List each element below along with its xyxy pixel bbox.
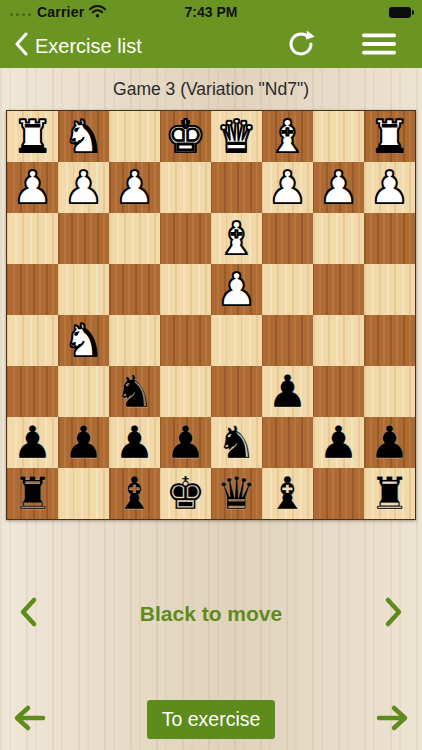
white-pawn[interactable]: ♟: [267, 162, 307, 213]
status-bar: Carrier 7:43 PM: [0, 0, 422, 24]
white-rook[interactable]: ♜: [369, 111, 409, 162]
black-rook[interactable]: ♜: [369, 468, 409, 519]
square-g4[interactable]: [58, 264, 109, 315]
square-g8[interactable]: [58, 468, 109, 519]
black-pawn[interactable]: ♟: [165, 417, 205, 468]
square-h4[interactable]: [7, 264, 58, 315]
black-pawn[interactable]: ♟: [63, 417, 103, 468]
to-exercise-button[interactable]: To exercise: [147, 700, 276, 739]
black-pawn[interactable]: ♟: [369, 417, 409, 468]
square-c6[interactable]: ♟: [262, 366, 313, 417]
white-king[interactable]: ♚: [165, 111, 205, 162]
square-d6[interactable]: [211, 366, 262, 417]
white-pawn[interactable]: ♟: [369, 162, 409, 213]
black-bishop[interactable]: ♝: [114, 468, 154, 519]
square-e7[interactable]: ♟: [160, 417, 211, 468]
square-b7[interactable]: ♟: [313, 417, 364, 468]
square-d4[interactable]: ♟: [211, 264, 262, 315]
chevron-left-icon: [14, 32, 28, 60]
battery-full-icon: [389, 7, 414, 18]
square-h1[interactable]: ♜: [7, 111, 58, 162]
black-queen[interactable]: ♛: [216, 468, 256, 519]
square-a4[interactable]: [364, 264, 415, 315]
square-f2[interactable]: ♟: [109, 162, 160, 213]
square-h6[interactable]: [7, 366, 58, 417]
black-rook[interactable]: ♜: [12, 468, 52, 519]
refresh-icon[interactable]: [286, 29, 316, 63]
square-d2[interactable]: [211, 162, 262, 213]
black-pawn[interactable]: ♟: [267, 366, 307, 417]
square-g1[interactable]: ♞: [58, 111, 109, 162]
square-g3[interactable]: [58, 213, 109, 264]
white-pawn[interactable]: ♟: [63, 162, 103, 213]
white-bishop[interactable]: ♝: [216, 213, 256, 264]
white-knight[interactable]: ♞: [63, 111, 103, 162]
white-pawn[interactable]: ♟: [318, 162, 358, 213]
square-a5[interactable]: [364, 315, 415, 366]
clock-label: 7:43 PM: [185, 4, 238, 20]
square-h5[interactable]: [7, 315, 58, 366]
back-button-label: Exercise list: [35, 35, 142, 58]
hamburger-menu-icon[interactable]: [362, 32, 396, 60]
square-f5[interactable]: [109, 315, 160, 366]
move-indicator-row: Black to move: [0, 596, 422, 632]
square-f3[interactable]: [109, 213, 160, 264]
square-c5[interactable]: [262, 315, 313, 366]
bottom-action-row: To exercise: [0, 700, 422, 739]
square-c4[interactable]: [262, 264, 313, 315]
square-b4[interactable]: [313, 264, 364, 315]
wifi-icon: [89, 4, 106, 22]
square-a7[interactable]: ♟: [364, 417, 415, 468]
carrier-label: Carrier: [37, 4, 84, 20]
square-d7[interactable]: ♞: [211, 417, 262, 468]
square-g5[interactable]: ♞: [58, 315, 109, 366]
square-g7[interactable]: ♟: [58, 417, 109, 468]
square-c8[interactable]: ♝: [262, 468, 313, 519]
square-h8[interactable]: ♜: [7, 468, 58, 519]
white-pawn[interactable]: ♟: [114, 162, 154, 213]
black-pawn[interactable]: ♟: [12, 417, 52, 468]
square-d8[interactable]: ♛: [211, 468, 262, 519]
square-f6[interactable]: ♞: [109, 366, 160, 417]
square-f4[interactable]: [109, 264, 160, 315]
square-b2[interactable]: ♟: [313, 162, 364, 213]
square-h2[interactable]: ♟: [7, 162, 58, 213]
black-knight[interactable]: ♞: [114, 366, 154, 417]
square-c3[interactable]: [262, 213, 313, 264]
square-e5[interactable]: [160, 315, 211, 366]
square-g2[interactable]: ♟: [58, 162, 109, 213]
square-e3[interactable]: [160, 213, 211, 264]
square-e2[interactable]: [160, 162, 211, 213]
square-d1[interactable]: ♛: [211, 111, 262, 162]
white-knight[interactable]: ♞: [63, 315, 103, 366]
square-h3[interactable]: [7, 213, 58, 264]
app-screen: Carrier 7:43 PM Exercise list: [0, 0, 422, 750]
black-knight[interactable]: ♞: [216, 417, 256, 468]
square-d5[interactable]: [211, 315, 262, 366]
square-b8[interactable]: [313, 468, 364, 519]
square-a1[interactable]: ♜: [364, 111, 415, 162]
black-pawn[interactable]: ♟: [318, 417, 358, 468]
square-c7[interactable]: [262, 417, 313, 468]
square-f1[interactable]: [109, 111, 160, 162]
square-c2[interactable]: ♟: [262, 162, 313, 213]
square-b3[interactable]: [313, 213, 364, 264]
square-f7[interactable]: ♟: [109, 417, 160, 468]
page-title: Game 3 (Variation "Nd7"): [113, 79, 309, 100]
black-pawn[interactable]: ♟: [114, 417, 154, 468]
chess-board: ♜♞♚♛♝♜♟♟♟♟♟♟♝♟♞♞♟♟♟♟♟♞♟♟♜♝♚♛♝♜: [6, 110, 416, 520]
black-king[interactable]: ♚: [165, 468, 205, 519]
white-pawn[interactable]: ♟: [216, 264, 256, 315]
square-a6[interactable]: [364, 366, 415, 417]
square-b5[interactable]: [313, 315, 364, 366]
white-pawn[interactable]: ♟: [12, 162, 52, 213]
square-e8[interactable]: ♚: [160, 468, 211, 519]
next-move-button[interactable]: [382, 596, 406, 632]
square-f8[interactable]: ♝: [109, 468, 160, 519]
white-bishop[interactable]: ♝: [267, 111, 307, 162]
arrow-right-icon[interactable]: [374, 704, 410, 736]
square-g6[interactable]: [58, 366, 109, 417]
white-queen[interactable]: ♛: [216, 111, 256, 162]
square-h7[interactable]: ♟: [7, 417, 58, 468]
black-bishop[interactable]: ♝: [267, 468, 307, 519]
arrow-left-icon[interactable]: [12, 704, 48, 736]
square-a8[interactable]: ♜: [364, 468, 415, 519]
side-to-move-label: Black to move: [140, 602, 282, 626]
previous-move-button[interactable]: [16, 596, 40, 632]
square-b1[interactable]: [313, 111, 364, 162]
square-e6[interactable]: [160, 366, 211, 417]
back-button[interactable]: Exercise list: [14, 32, 142, 60]
nav-bar: Exercise list: [0, 24, 422, 68]
white-rook[interactable]: ♜: [12, 111, 52, 162]
square-c1[interactable]: ♝: [262, 111, 313, 162]
square-e4[interactable]: [160, 264, 211, 315]
square-e1[interactable]: ♚: [160, 111, 211, 162]
square-b6[interactable]: [313, 366, 364, 417]
signal-dots-icon: [10, 13, 31, 16]
square-d3[interactable]: ♝: [211, 213, 262, 264]
square-a2[interactable]: ♟: [364, 162, 415, 213]
square-a3[interactable]: [364, 213, 415, 264]
